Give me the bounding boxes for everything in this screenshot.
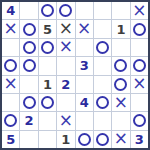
number-clue: 1 [116,23,125,36]
cell-r2c1[interactable]: × [2,20,19,37]
cell-r5c8[interactable]: × [131,76,148,93]
cell-r8c3[interactable] [39,131,56,148]
cell-r5c7[interactable] [112,76,129,93]
cell-r2c7[interactable]: 1 [112,20,129,37]
x-mark: × [132,2,146,19]
x-mark: × [114,131,128,148]
cell-r3c8[interactable] [131,39,148,56]
cell-r1c7[interactable] [112,2,129,19]
circle-mark [4,59,17,72]
puzzle-board: 4××5××1×3×12×4×2×51×3 [0,0,150,150]
number-clue: 5 [43,23,52,36]
cell-r5c2[interactable] [20,76,37,93]
cell-r4c1[interactable] [2,57,19,74]
cell-r6c2[interactable] [20,94,37,111]
cell-r6c3[interactable] [39,94,56,111]
cell-r1c6[interactable] [94,2,111,19]
cell-r4c5[interactable]: 3 [76,57,93,74]
x-mark: × [59,39,73,56]
cell-r8c4[interactable]: 1 [57,131,74,148]
cell-r7c3[interactable] [39,112,56,129]
cell-r6c8[interactable] [131,94,148,111]
cell-r6c4[interactable] [57,94,74,111]
circle-mark [23,96,36,109]
number-clue: 1 [61,133,70,146]
circle-mark [114,59,127,72]
cell-r1c2[interactable] [20,2,37,19]
circle-mark [114,78,127,91]
circle-mark [96,41,109,54]
number-clue: 4 [80,96,89,109]
circle-mark [41,41,54,54]
cell-r8c7[interactable]: × [112,131,129,148]
cell-r5c1[interactable]: × [2,76,19,93]
cell-r8c1[interactable]: 5 [2,131,19,148]
cell-r1c4[interactable] [57,2,74,19]
circle-mark [133,23,146,36]
circle-mark [23,59,36,72]
number-clue: 3 [80,59,89,72]
cell-r3c3[interactable] [39,39,56,56]
cell-r4c2[interactable] [20,57,37,74]
number-clue: 2 [25,114,34,127]
x-mark: × [77,20,91,37]
cell-r7c6[interactable] [94,112,111,129]
x-mark: × [4,76,18,93]
cell-r1c5[interactable] [76,2,93,19]
cell-r3c6[interactable] [94,39,111,56]
cell-r5c5[interactable] [76,76,93,93]
number-clue: 3 [135,133,144,146]
cell-r1c3[interactable] [39,2,56,19]
cell-r3c7[interactable] [112,39,129,56]
cell-r8c2[interactable] [20,131,37,148]
x-mark: × [4,20,18,37]
cell-r1c1[interactable]: 4 [2,2,19,19]
cell-r6c5[interactable]: 4 [76,94,93,111]
circle-mark [4,114,17,127]
cell-r6c7[interactable]: × [112,94,129,111]
cell-r2c4[interactable]: × [57,20,74,37]
circle-mark [23,23,36,36]
circle-mark [133,114,146,127]
cell-r2c8[interactable] [131,20,148,37]
circle-mark [78,133,91,146]
cell-r1c8[interactable]: × [131,2,148,19]
cell-r3c2[interactable] [20,39,37,56]
cell-r7c4[interactable]: × [57,112,74,129]
cell-r8c8[interactable]: 3 [131,131,148,148]
circle-mark [133,59,146,72]
cell-r4c7[interactable] [112,57,129,74]
cell-r4c4[interactable] [57,57,74,74]
cell-r7c5[interactable] [76,112,93,129]
cell-r6c6[interactable] [94,94,111,111]
number-clue: 2 [61,78,70,91]
cell-r5c3[interactable]: 1 [39,76,56,93]
x-mark: × [59,112,73,129]
circle-mark [41,4,54,17]
x-mark: × [59,20,73,37]
cell-r8c5[interactable] [76,131,93,148]
circle-mark [59,4,72,17]
cell-r3c1[interactable] [2,39,19,56]
cell-r7c7[interactable] [112,112,129,129]
cell-r8c6[interactable] [94,131,111,148]
cell-r3c4[interactable]: × [57,39,74,56]
cell-r4c6[interactable] [94,57,111,74]
cell-r3c5[interactable] [76,39,93,56]
cell-r7c8[interactable] [131,112,148,129]
cell-r5c6[interactable] [94,76,111,93]
cell-r2c3[interactable]: 5 [39,20,56,37]
x-mark: × [114,94,128,111]
cell-r7c1[interactable] [2,112,19,129]
number-clue: 1 [43,78,52,91]
cell-r4c8[interactable] [131,57,148,74]
cell-r2c6[interactable] [94,20,111,37]
cell-r4c3[interactable] [39,57,56,74]
circle-mark [96,96,109,109]
cell-r6c1[interactable] [2,94,19,111]
cell-r5c4[interactable]: 2 [57,76,74,93]
number-clue: 4 [6,4,15,17]
circle-mark [96,133,109,146]
cell-r7c2[interactable]: 2 [20,112,37,129]
circle-mark [23,41,36,54]
circle-mark [41,96,54,109]
x-mark: × [132,76,146,93]
number-clue: 5 [6,133,15,146]
cell-r2c2[interactable] [20,20,37,37]
cell-r2c5[interactable]: × [76,20,93,37]
